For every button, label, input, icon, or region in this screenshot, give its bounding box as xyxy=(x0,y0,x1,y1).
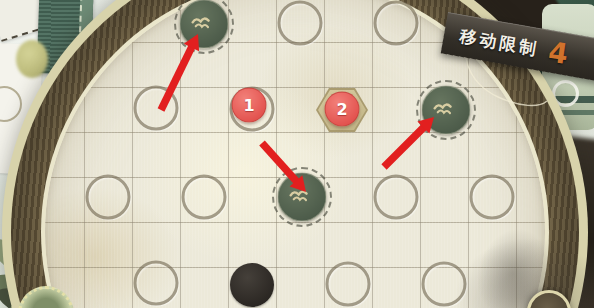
bird-piece-disc xyxy=(180,0,229,49)
board-spot[interactable] xyxy=(374,175,419,220)
bird-marks xyxy=(181,1,229,49)
step-marker-1: 1 xyxy=(232,88,267,123)
board-spot[interactable] xyxy=(470,175,515,220)
bird-piece-disc xyxy=(278,173,327,222)
board-spot[interactable] xyxy=(278,1,323,46)
board-spot[interactable] xyxy=(326,262,371,307)
bird-piece[interactable] xyxy=(173,0,235,55)
board-spot[interactable] xyxy=(182,175,227,220)
step-marker-2-label: 2 xyxy=(336,100,347,119)
move-limit-count: 4 xyxy=(546,35,570,70)
bird-piece-disc xyxy=(422,86,471,135)
bird-marks xyxy=(423,87,471,135)
bird-piece[interactable] xyxy=(415,79,477,141)
step-marker-2: 2 xyxy=(325,92,360,127)
step-marker-1-label: 1 xyxy=(243,96,254,115)
board-spot[interactable] xyxy=(86,175,131,220)
board-spot[interactable] xyxy=(374,1,419,46)
bird-piece[interactable] xyxy=(271,166,333,228)
move-limit-label: 移动限制 xyxy=(458,24,541,61)
board-spot[interactable] xyxy=(134,86,179,131)
yellow-ball-object xyxy=(16,40,48,78)
black-stone[interactable] xyxy=(230,263,274,307)
puzzle-board-screen: 1 2 移动限制 4 xyxy=(0,0,594,308)
board-spot[interactable] xyxy=(134,261,179,306)
bird-marks xyxy=(279,174,327,222)
